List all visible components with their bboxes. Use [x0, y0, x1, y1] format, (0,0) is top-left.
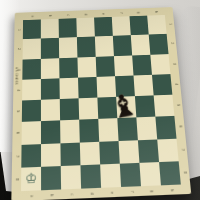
square-c8[interactable]: [59, 18, 77, 38]
square-h5[interactable]: [152, 74, 172, 96]
square-h7[interactable]: [149, 34, 169, 54]
square-d4[interactable]: [79, 98, 99, 120]
square-a5[interactable]: [22, 79, 41, 101]
square-b1[interactable]: [41, 166, 61, 190]
square-c4[interactable]: [60, 98, 79, 120]
square-c7[interactable]: [59, 37, 78, 57]
square-b4[interactable]: [41, 99, 60, 121]
square-g1[interactable]: [139, 162, 161, 186]
square-g5[interactable]: [133, 75, 153, 97]
square-d3[interactable]: [79, 119, 99, 142]
square-c6[interactable]: [59, 57, 78, 78]
square-f8[interactable]: [112, 16, 131, 36]
square-a6[interactable]: [22, 58, 41, 79]
square-h1[interactable]: [159, 161, 181, 185]
square-e1[interactable]: [100, 163, 121, 187]
square-d1[interactable]: [80, 164, 101, 188]
square-g7[interactable]: [131, 35, 151, 55]
square-h8[interactable]: [147, 15, 166, 35]
board-grid: ♝♔: [21, 15, 181, 191]
square-c2[interactable]: [60, 142, 80, 166]
square-d5[interactable]: [78, 77, 97, 99]
square-h2[interactable]: [157, 138, 178, 162]
square-c1[interactable]: [61, 165, 81, 189]
square-f2[interactable]: [119, 140, 140, 164]
square-a7[interactable]: [23, 39, 41, 59]
square-b6[interactable]: [41, 58, 60, 79]
square-d2[interactable]: [80, 141, 100, 165]
square-h6[interactable]: [150, 54, 170, 75]
square-f6[interactable]: [114, 55, 134, 76]
square-b7[interactable]: [41, 38, 59, 58]
chess-board: abcdefgh abcdefgh 12345678 12345678 US C…: [11, 7, 191, 200]
square-d8[interactable]: [76, 18, 95, 38]
square-a3[interactable]: [22, 121, 41, 144]
square-g8[interactable]: [129, 16, 148, 36]
square-d7[interactable]: [77, 37, 96, 57]
square-h3[interactable]: [155, 116, 176, 139]
photo-scene: abcdefgh abcdefgh 12345678 12345678 US C…: [0, 0, 200, 200]
square-b5[interactable]: [41, 78, 60, 100]
square-f1[interactable]: [120, 163, 141, 187]
square-f4[interactable]: ♝: [116, 96, 136, 118]
square-g2[interactable]: [138, 139, 159, 163]
square-h4[interactable]: [154, 95, 175, 117]
square-e8[interactable]: [94, 17, 113, 37]
square-b3[interactable]: [41, 121, 60, 144]
square-a1[interactable]: ♔: [21, 167, 41, 192]
square-c5[interactable]: [59, 77, 78, 99]
square-e6[interactable]: [96, 56, 115, 77]
square-g6[interactable]: [132, 54, 152, 75]
brand-text: US CHESS: [14, 67, 18, 85]
square-a4[interactable]: [22, 100, 41, 122]
square-b8[interactable]: [41, 19, 59, 39]
square-e2[interactable]: [99, 141, 120, 165]
board-logo-king-icon: ♔: [21, 167, 41, 192]
square-d6[interactable]: [77, 56, 96, 77]
square-b2[interactable]: [41, 143, 61, 167]
square-e7[interactable]: [95, 36, 114, 56]
square-c3[interactable]: [60, 120, 80, 143]
square-f7[interactable]: [113, 35, 132, 55]
square-a2[interactable]: [21, 144, 41, 168]
square-a8[interactable]: [23, 19, 41, 39]
square-g3[interactable]: [136, 117, 157, 140]
